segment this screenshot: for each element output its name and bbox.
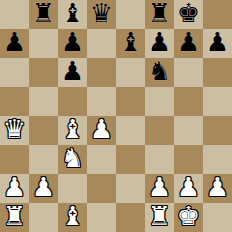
black-pawn[interactable]: ♟ — [3, 29, 26, 57]
black-pawn[interactable]: ♟ — [148, 29, 171, 57]
square-e5[interactable] — [116, 87, 145, 116]
black-pawn[interactable]: ♟ — [177, 29, 200, 57]
white-pawn[interactable]: ♟ — [90, 116, 113, 144]
white-rook[interactable]: ♜ — [3, 203, 26, 231]
square-h1[interactable] — [203, 203, 232, 232]
square-g2[interactable]: ♟ — [174, 174, 203, 203]
square-d2[interactable] — [87, 174, 116, 203]
white-pawn[interactable]: ♟ — [148, 174, 171, 202]
white-rook[interactable]: ♜ — [148, 203, 171, 231]
white-bishop[interactable]: ♝ — [61, 116, 84, 144]
square-h7[interactable]: ♟ — [203, 29, 232, 58]
square-d7[interactable] — [87, 29, 116, 58]
square-f8[interactable]: ♜ — [145, 0, 174, 29]
square-a2[interactable]: ♟ — [0, 174, 29, 203]
black-knight[interactable]: ♞ — [148, 58, 171, 86]
square-c8[interactable]: ♝ — [58, 0, 87, 29]
square-e1[interactable] — [116, 203, 145, 232]
black-pawn[interactable]: ♟ — [206, 29, 229, 57]
black-king[interactable]: ♚ — [177, 0, 200, 28]
square-b2[interactable]: ♟ — [29, 174, 58, 203]
white-pawn[interactable]: ♟ — [32, 174, 55, 202]
square-g6[interactable] — [174, 58, 203, 87]
square-d8[interactable]: ♛ — [87, 0, 116, 29]
square-e2[interactable] — [116, 174, 145, 203]
square-b4[interactable] — [29, 116, 58, 145]
chess-board: ♜♝♛♜♚♟♟♝♟♟♟♟♞♛♝♟♞♟♟♟♟♟♜♝♜♚ — [0, 0, 232, 232]
square-h4[interactable] — [203, 116, 232, 145]
square-g7[interactable]: ♟ — [174, 29, 203, 58]
white-king[interactable]: ♚ — [177, 203, 200, 231]
square-d3[interactable] — [87, 145, 116, 174]
square-f4[interactable] — [145, 116, 174, 145]
square-f7[interactable]: ♟ — [145, 29, 174, 58]
square-b6[interactable] — [29, 58, 58, 87]
square-d1[interactable] — [87, 203, 116, 232]
square-f6[interactable]: ♞ — [145, 58, 174, 87]
square-e8[interactable] — [116, 0, 145, 29]
square-c4[interactable]: ♝ — [58, 116, 87, 145]
square-a1[interactable]: ♜ — [0, 203, 29, 232]
square-a5[interactable] — [0, 87, 29, 116]
square-d6[interactable] — [87, 58, 116, 87]
square-e4[interactable] — [116, 116, 145, 145]
square-f1[interactable]: ♜ — [145, 203, 174, 232]
black-rook[interactable]: ♜ — [32, 0, 55, 28]
square-e7[interactable]: ♝ — [116, 29, 145, 58]
square-c7[interactable]: ♟ — [58, 29, 87, 58]
square-b5[interactable] — [29, 87, 58, 116]
square-b7[interactable] — [29, 29, 58, 58]
square-b3[interactable] — [29, 145, 58, 174]
square-e3[interactable] — [116, 145, 145, 174]
square-c3[interactable]: ♞ — [58, 145, 87, 174]
black-rook[interactable]: ♜ — [148, 0, 171, 28]
black-bishop[interactable]: ♝ — [61, 0, 84, 28]
square-b1[interactable] — [29, 203, 58, 232]
square-a7[interactable]: ♟ — [0, 29, 29, 58]
black-pawn[interactable]: ♟ — [61, 58, 84, 86]
square-g1[interactable]: ♚ — [174, 203, 203, 232]
square-f5[interactable] — [145, 87, 174, 116]
square-h2[interactable]: ♟ — [203, 174, 232, 203]
square-a6[interactable] — [0, 58, 29, 87]
square-f2[interactable]: ♟ — [145, 174, 174, 203]
square-c1[interactable]: ♝ — [58, 203, 87, 232]
square-g4[interactable] — [174, 116, 203, 145]
square-g5[interactable] — [174, 87, 203, 116]
white-pawn[interactable]: ♟ — [3, 174, 26, 202]
square-h3[interactable] — [203, 145, 232, 174]
square-c2[interactable] — [58, 174, 87, 203]
white-pawn[interactable]: ♟ — [206, 174, 229, 202]
square-d4[interactable]: ♟ — [87, 116, 116, 145]
square-h6[interactable] — [203, 58, 232, 87]
square-f3[interactable] — [145, 145, 174, 174]
square-e6[interactable] — [116, 58, 145, 87]
chess-board-container: ♜♝♛♜♚♟♟♝♟♟♟♟♞♛♝♟♞♟♟♟♟♟♜♝♜♚ — [0, 0, 232, 232]
square-a4[interactable]: ♛ — [0, 116, 29, 145]
square-c6[interactable]: ♟ — [58, 58, 87, 87]
square-a3[interactable] — [0, 145, 29, 174]
black-pawn[interactable]: ♟ — [61, 29, 84, 57]
black-bishop[interactable]: ♝ — [119, 29, 142, 57]
white-knight[interactable]: ♞ — [61, 145, 84, 173]
square-g3[interactable] — [174, 145, 203, 174]
square-g8[interactable]: ♚ — [174, 0, 203, 29]
square-b8[interactable]: ♜ — [29, 0, 58, 29]
white-pawn[interactable]: ♟ — [177, 174, 200, 202]
white-queen[interactable]: ♛ — [3, 116, 26, 144]
white-bishop[interactable]: ♝ — [61, 203, 84, 231]
square-c5[interactable] — [58, 87, 87, 116]
square-d5[interactable] — [87, 87, 116, 116]
square-a8[interactable] — [0, 0, 29, 29]
square-h8[interactable] — [203, 0, 232, 29]
black-queen[interactable]: ♛ — [90, 0, 113, 28]
square-h5[interactable] — [203, 87, 232, 116]
